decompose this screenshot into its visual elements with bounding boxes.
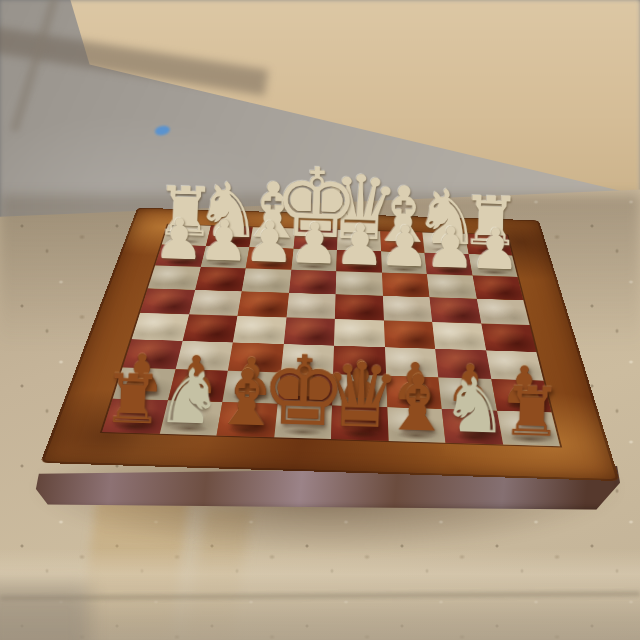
square-e3[interactable] xyxy=(289,270,337,294)
square-c4[interactable] xyxy=(383,296,433,322)
piece-black-pawn-e7[interactable]: ♟ xyxy=(282,354,330,403)
square-f7[interactable]: ♟ xyxy=(222,371,280,404)
piece-white-pawn-d2[interactable]: ♟ xyxy=(334,218,386,271)
piece-white-bishop-c1[interactable]: ♝ xyxy=(368,179,439,251)
piece-black-rook-h8[interactable]: ♜ xyxy=(101,368,163,432)
piece-white-pawn-h2[interactable]: ♟ xyxy=(153,212,205,265)
piece-black-king-e8[interactable]: ♚ xyxy=(260,346,349,437)
piece-black-pawn-d7[interactable]: ♟ xyxy=(336,356,384,405)
square-c2[interactable]: ♟ xyxy=(381,251,427,274)
piece-shadow xyxy=(387,245,419,251)
square-f5[interactable] xyxy=(233,316,286,344)
piece-black-knight-b8[interactable]: ♞ xyxy=(440,371,509,442)
square-h8[interactable]: ♜ xyxy=(102,398,168,433)
square-g6[interactable] xyxy=(175,341,233,371)
piece-shadow xyxy=(343,244,374,250)
square-b5[interactable] xyxy=(432,322,486,350)
square-g7[interactable]: ♟ xyxy=(168,369,228,402)
square-e8[interactable]: ♚ xyxy=(274,404,332,440)
piece-black-queen-d8[interactable]: ♛ xyxy=(320,355,402,439)
square-e2[interactable]: ♟ xyxy=(291,248,337,271)
piece-shadow xyxy=(388,266,421,273)
piece-shadow xyxy=(394,398,434,407)
piece-black-pawn-f7[interactable]: ♟ xyxy=(227,352,275,401)
piece-shadow xyxy=(452,432,494,442)
square-f6[interactable] xyxy=(228,342,284,372)
piece-shadow xyxy=(168,423,211,433)
square-b7[interactable]: ♟ xyxy=(438,377,496,410)
square-d2[interactable]: ♟ xyxy=(336,250,381,273)
square-c6[interactable] xyxy=(385,347,439,377)
piece-shadow xyxy=(339,429,380,439)
piece-black-pawn-h7[interactable]: ♟ xyxy=(118,349,166,398)
piece-shadow xyxy=(430,247,462,253)
square-g2[interactable]: ♟ xyxy=(200,246,249,269)
square-e6[interactable] xyxy=(280,344,334,374)
square-g1[interactable]: ♞ xyxy=(206,226,253,247)
square-a7[interactable]: ♟ xyxy=(491,379,551,412)
piece-black-pawn-b7[interactable]: ♟ xyxy=(446,359,494,408)
square-c5[interactable] xyxy=(383,320,435,348)
piece-black-bishop-c8[interactable]: ♝ xyxy=(382,368,453,441)
square-f3[interactable] xyxy=(242,268,291,292)
piece-shadow xyxy=(111,422,154,432)
square-b3[interactable] xyxy=(427,274,476,299)
square-e1[interactable]: ♚ xyxy=(293,228,337,249)
piece-shadow xyxy=(252,262,285,269)
board-tilt-wrapper: ♜♞♝♚♛♝♞♜♟♟♟♟♟♟♟♟♟♟♟♟♟♟♟♟♜♞♝♚♛♝♞♜ xyxy=(0,0,640,640)
square-h3[interactable] xyxy=(148,266,201,290)
square-a5[interactable] xyxy=(481,323,536,351)
square-e7[interactable]: ♟ xyxy=(277,372,333,405)
piece-shadow xyxy=(176,391,217,400)
piece-shadow xyxy=(473,248,505,254)
piece-black-pawn-a7[interactable]: ♟ xyxy=(500,361,548,410)
chess-board[interactable]: ♜♞♝♚♛♝♞♜♟♟♟♟♟♟♟♟♟♟♟♟♟♟♟♟♜♞♝♚♛♝♞♜ xyxy=(40,208,620,481)
square-d3[interactable] xyxy=(336,271,383,295)
piece-white-pawn-c2[interactable]: ♟ xyxy=(379,219,431,272)
piece-black-rook-a8[interactable]: ♜ xyxy=(501,380,563,444)
square-b1[interactable]: ♞ xyxy=(422,232,468,253)
piece-shadow xyxy=(230,392,270,401)
square-a3[interactable] xyxy=(472,276,523,301)
square-f4[interactable] xyxy=(237,291,288,317)
piece-white-pawn-a2[interactable]: ♟ xyxy=(469,222,521,275)
bottom-left-shadow xyxy=(0,586,90,640)
square-d6[interactable] xyxy=(333,345,386,375)
square-g8[interactable]: ♞ xyxy=(159,400,222,435)
photo-scene: ♜♞♝♚♛♝♞♜♟♟♟♟♟♟♟♟♟♟♟♟♟♟♟♟♜♞♝♚♛♝♞♜ xyxy=(0,0,640,640)
square-b6[interactable] xyxy=(435,349,491,379)
piece-shadow xyxy=(162,259,196,265)
piece-shadow xyxy=(343,265,376,272)
piece-white-pawn-f2[interactable]: ♟ xyxy=(243,215,295,268)
piece-white-knight-g1[interactable]: ♞ xyxy=(194,175,263,246)
piece-white-rook-h1[interactable]: ♜ xyxy=(154,181,217,245)
piece-shadow xyxy=(432,268,465,275)
square-b4[interactable] xyxy=(429,297,480,323)
square-c8[interactable]: ♝ xyxy=(387,407,446,443)
square-h6[interactable] xyxy=(123,339,183,369)
piece-shadow xyxy=(121,389,162,398)
piece-shadow xyxy=(502,401,543,410)
square-h5[interactable] xyxy=(132,313,189,341)
square-d4[interactable] xyxy=(335,294,384,320)
piece-white-pawn-b2[interactable]: ♟ xyxy=(424,221,476,274)
piece-white-rook-a1[interactable]: ♜ xyxy=(460,190,523,254)
piece-shadow xyxy=(256,241,288,247)
piece-shadow xyxy=(297,263,330,270)
piece-white-pawn-e2[interactable]: ♟ xyxy=(289,217,341,270)
piece-shadow xyxy=(285,394,325,403)
piece-shadow xyxy=(299,242,331,248)
piece-white-queen-d1[interactable]: ♛ xyxy=(319,167,401,251)
piece-shadow xyxy=(509,434,552,444)
piece-black-bishop-f8[interactable]: ♝ xyxy=(211,362,282,435)
piece-white-bishop-f1[interactable]: ♝ xyxy=(237,175,308,247)
piece-shadow xyxy=(448,399,488,408)
board-grid: ♜♞♝♚♛♝♞♜♟♟♟♟♟♟♟♟♟♟♟♟♟♟♟♟♜♞♝♚♛♝♞♜ xyxy=(102,224,560,446)
square-h1[interactable]: ♜ xyxy=(162,224,211,245)
square-h4[interactable] xyxy=(140,288,195,314)
square-g4[interactable] xyxy=(189,290,242,316)
piece-black-knight-g8[interactable]: ♞ xyxy=(155,362,224,433)
square-e4[interactable] xyxy=(286,293,335,319)
square-c1[interactable]: ♝ xyxy=(380,231,425,252)
square-f1[interactable]: ♝ xyxy=(249,227,295,248)
square-h2[interactable]: ♟ xyxy=(155,244,206,267)
piece-shadow xyxy=(477,269,511,276)
square-f2[interactable]: ♟ xyxy=(246,247,293,270)
piece-white-knight-b1[interactable]: ♞ xyxy=(413,182,482,253)
square-a6[interactable] xyxy=(486,350,544,381)
square-g5[interactable] xyxy=(182,314,237,342)
piece-shadow xyxy=(168,238,201,244)
piece-white-pawn-g2[interactable]: ♟ xyxy=(198,214,250,267)
square-a4[interactable] xyxy=(476,299,529,325)
square-d8[interactable]: ♛ xyxy=(331,405,388,441)
square-d7[interactable]: ♟ xyxy=(332,374,387,407)
piece-shadow xyxy=(212,240,244,246)
square-a2[interactable]: ♟ xyxy=(468,254,517,277)
square-d5[interactable] xyxy=(334,319,385,347)
piece-shadow xyxy=(207,261,241,268)
square-a8[interactable]: ♜ xyxy=(497,410,560,446)
piece-black-pawn-g7[interactable]: ♟ xyxy=(172,351,220,400)
square-b2[interactable]: ♟ xyxy=(425,253,473,276)
square-h7[interactable]: ♟ xyxy=(113,368,175,401)
piece-shadow xyxy=(225,425,267,435)
piece-shadow xyxy=(282,427,323,437)
square-c3[interactable] xyxy=(382,273,430,297)
square-g3[interactable] xyxy=(195,267,246,291)
piece-black-pawn-c7[interactable]: ♟ xyxy=(391,358,439,407)
square-f8[interactable]: ♝ xyxy=(217,402,278,438)
square-c7[interactable]: ♟ xyxy=(386,376,442,409)
square-a1[interactable]: ♜ xyxy=(465,234,512,256)
piece-shadow xyxy=(396,431,438,441)
piece-shadow xyxy=(340,396,379,405)
square-e5[interactable] xyxy=(283,317,334,345)
piece-white-king-e1[interactable]: ♚ xyxy=(272,159,360,249)
square-d1[interactable]: ♛ xyxy=(337,230,381,251)
square-b8[interactable]: ♞ xyxy=(442,409,503,445)
